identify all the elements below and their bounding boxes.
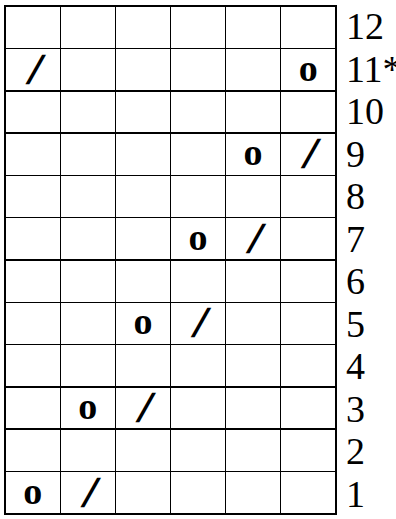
grid-cell-r11-c1: / xyxy=(6,49,60,90)
grid-cell-r2-c1 xyxy=(6,430,60,471)
yarn-over-symbol: o xyxy=(133,303,152,340)
grid-cell-r1-c2: / xyxy=(61,472,115,513)
grid-cell-r12-c4 xyxy=(171,7,225,48)
grid-cell-r3-c3: / xyxy=(116,388,170,429)
row-label-3: 3 xyxy=(346,388,396,431)
decrease-symbol: / xyxy=(81,474,94,510)
grid-cell-r6-c2 xyxy=(61,261,115,302)
grid-cell-r2-c3 xyxy=(116,430,170,471)
grid-cell-r10-c1 xyxy=(6,92,60,133)
grid-cell-r6-c5 xyxy=(226,261,280,302)
grid-cell-r1-c3 xyxy=(116,472,170,513)
grid-cell-r8-c2 xyxy=(61,176,115,217)
grid-cell-r2-c5 xyxy=(226,430,280,471)
grid-cell-r10-c2 xyxy=(61,92,115,133)
grid-cell-r4-c2 xyxy=(61,345,115,386)
grid-cell-r2-c6 xyxy=(281,430,335,471)
grid-cell-r8-c5 xyxy=(226,176,280,217)
grid-cell-r12-c3 xyxy=(116,7,170,48)
grid-cell-r9-c2 xyxy=(61,134,115,175)
row-label-8: 8 xyxy=(346,175,396,218)
grid-cell-r3-c4 xyxy=(171,388,225,429)
grid-cell-r8-c1 xyxy=(6,176,60,217)
yarn-over-symbol: o xyxy=(244,134,263,171)
grid-cell-r1-c1: o xyxy=(6,472,60,513)
grid-cell-r7-c2 xyxy=(61,218,115,259)
row-label-6: 6 xyxy=(346,260,396,303)
grid-cell-r4-c6 xyxy=(281,345,335,386)
grid-cell-r8-c6 xyxy=(281,176,335,217)
grid-cell-r12-c2 xyxy=(61,7,115,48)
grid-cell-r9-c4 xyxy=(171,134,225,175)
knitting-chart-page: /oo/o/o/o/o/ 1211*10987654321 xyxy=(0,0,396,519)
chart-grid: /oo/o/o/o/o/ xyxy=(4,5,337,515)
row-label-2: 2 xyxy=(346,430,396,473)
row-label-7: 7 xyxy=(346,218,396,261)
grid-cell-r11-c2 xyxy=(61,49,115,90)
grid-cell-r11-c6: o xyxy=(281,49,335,90)
row-label-5: 5 xyxy=(346,303,396,346)
grid-cell-r9-c6: / xyxy=(281,134,335,175)
grid-cell-r2-c2 xyxy=(61,430,115,471)
grid-cell-r2-c4 xyxy=(171,430,225,471)
decrease-symbol: / xyxy=(247,220,260,256)
grid-cell-r3-c5 xyxy=(226,388,280,429)
grid-cell-r6-c6 xyxy=(281,261,335,302)
grid-cell-r7-c5: / xyxy=(226,218,280,259)
row-label-11: 11* xyxy=(346,48,396,91)
grid-cell-r7-c3 xyxy=(116,218,170,259)
grid-cell-r1-c6 xyxy=(281,472,335,513)
row-label-1: 1 xyxy=(346,473,396,516)
grid-cell-r5-c1 xyxy=(6,303,60,344)
grid-cell-r1-c5 xyxy=(226,472,280,513)
grid-cell-r9-c5: o xyxy=(226,134,280,175)
grid-cell-r1-c4 xyxy=(171,472,225,513)
grid-cell-r5-c3: o xyxy=(116,303,170,344)
grid-cell-r6-c3 xyxy=(116,261,170,302)
decrease-symbol: / xyxy=(302,135,315,171)
grid-cell-r10-c6 xyxy=(281,92,335,133)
grid-cell-r4-c1 xyxy=(6,345,60,386)
grid-cell-r7-c4: o xyxy=(171,218,225,259)
grid-cell-r7-c6 xyxy=(281,218,335,259)
grid-cell-r12-c1 xyxy=(6,7,60,48)
grid-cell-r7-c1 xyxy=(6,218,60,259)
decrease-symbol: / xyxy=(26,51,39,87)
grid-cell-r9-c1 xyxy=(6,134,60,175)
grid-cell-r11-c4 xyxy=(171,49,225,90)
row-label-4: 4 xyxy=(346,345,396,388)
grid-cell-r6-c4 xyxy=(171,261,225,302)
grid-cell-r11-c5 xyxy=(226,49,280,90)
grid-cell-r5-c6 xyxy=(281,303,335,344)
grid-cell-r5-c4: / xyxy=(171,303,225,344)
grid-cell-r3-c2: o xyxy=(61,388,115,429)
yarn-over-symbol: o xyxy=(23,472,42,509)
grid-cell-r12-c6 xyxy=(281,7,335,48)
grid-cell-r3-c1 xyxy=(6,388,60,429)
grid-cell-r3-c6 xyxy=(281,388,335,429)
grid-cell-r6-c1 xyxy=(6,261,60,302)
row-label-10: 10 xyxy=(346,90,396,133)
grid-cell-r5-c5 xyxy=(226,303,280,344)
row-number-labels: 1211*10987654321 xyxy=(346,5,396,515)
grid-cell-r4-c4 xyxy=(171,345,225,386)
yarn-over-symbol: o xyxy=(299,49,318,86)
grid-cell-r11-c3 xyxy=(116,49,170,90)
grid-cell-r12-c5 xyxy=(226,7,280,48)
grid-cell-r10-c5 xyxy=(226,92,280,133)
grid-cell-r10-c4 xyxy=(171,92,225,133)
yarn-over-symbol: o xyxy=(78,388,97,425)
grid-cell-r4-c5 xyxy=(226,345,280,386)
grid-cell-r8-c3 xyxy=(116,176,170,217)
decrease-symbol: / xyxy=(191,304,204,340)
grid-cell-r10-c3 xyxy=(116,92,170,133)
decrease-symbol: / xyxy=(136,389,149,425)
grid-cell-r4-c3 xyxy=(116,345,170,386)
grid-cell-r5-c2 xyxy=(61,303,115,344)
grid-cell-r8-c4 xyxy=(171,176,225,217)
row-label-9: 9 xyxy=(346,133,396,176)
grid-cell-r9-c3 xyxy=(116,134,170,175)
yarn-over-symbol: o xyxy=(189,218,208,255)
row-label-12: 12 xyxy=(346,5,396,48)
